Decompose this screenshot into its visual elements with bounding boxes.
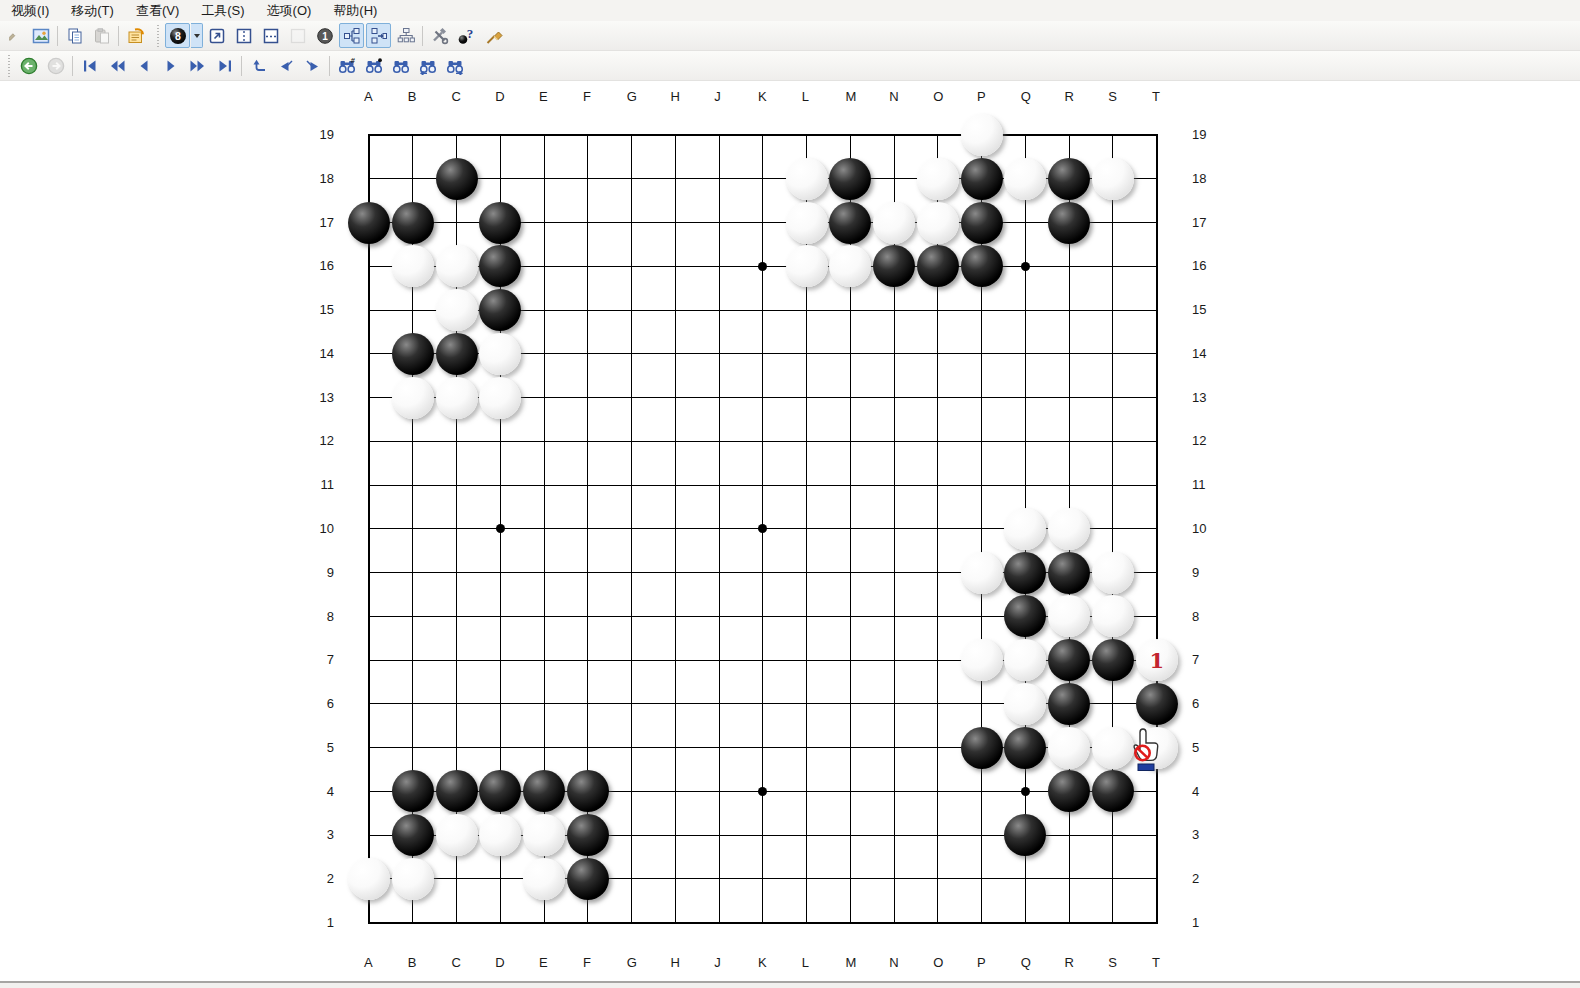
intersection-G15[interactable] (610, 288, 654, 332)
intersection-F5[interactable] (566, 726, 610, 770)
intersection-T18[interactable] (1135, 157, 1179, 201)
intersection-Q1[interactable] (1004, 901, 1048, 945)
intersection-Q2[interactable] (1004, 857, 1048, 901)
intersection-B19[interactable] (391, 113, 435, 157)
intersection-H16[interactable] (653, 244, 697, 288)
intersection-B13[interactable] (391, 376, 435, 420)
intersection-D1[interactable] (478, 901, 522, 945)
intersection-G9[interactable] (610, 551, 654, 595)
intersection-T1[interactable] (1135, 901, 1179, 945)
intersection-J10[interactable] (697, 507, 741, 551)
intersection-H8[interactable] (653, 595, 697, 639)
intersection-K8[interactable] (741, 595, 785, 639)
intersection-J2[interactable] (697, 857, 741, 901)
intersection-G7[interactable] (610, 638, 654, 682)
open-in-window-icon[interactable] (204, 23, 229, 48)
intersection-N9[interactable] (872, 551, 916, 595)
intersection-Q16[interactable] (1004, 244, 1048, 288)
intersection-P9[interactable] (960, 551, 1004, 595)
intersection-F6[interactable] (566, 682, 610, 726)
intersection-C9[interactable] (435, 551, 479, 595)
intersection-N7[interactable] (872, 638, 916, 682)
intersection-N16[interactable] (872, 244, 916, 288)
intersection-M11[interactable] (829, 463, 873, 507)
intersection-R13[interactable] (1047, 376, 1091, 420)
fast-rewind-button[interactable] (104, 53, 129, 78)
panel-vertical-icon[interactable] (231, 23, 256, 48)
intersection-R7[interactable] (1047, 638, 1091, 682)
intersection-R2[interactable] (1047, 857, 1091, 901)
intersection-J19[interactable] (697, 113, 741, 157)
intersection-A14[interactable] (347, 332, 391, 376)
intersection-R8[interactable] (1047, 595, 1091, 639)
intersection-S16[interactable] (1091, 244, 1135, 288)
intersection-G5[interactable] (610, 726, 654, 770)
intersection-H15[interactable] (653, 288, 697, 332)
clean-brush-icon[interactable] (481, 23, 506, 48)
intersection-O1[interactable] (916, 901, 960, 945)
intersection-N6[interactable] (872, 682, 916, 726)
intersection-R9[interactable] (1047, 551, 1091, 595)
intersection-S11[interactable] (1091, 463, 1135, 507)
intersection-R4[interactable] (1047, 770, 1091, 814)
intersection-S3[interactable] (1091, 813, 1135, 857)
intersection-B3[interactable] (391, 813, 435, 857)
find-next-button[interactable] (442, 53, 467, 78)
intersection-T4[interactable] (1135, 770, 1179, 814)
prev-move-button[interactable] (131, 53, 156, 78)
intersection-K11[interactable] (741, 463, 785, 507)
intersection-O17[interactable] (916, 201, 960, 245)
find-button[interactable] (388, 53, 413, 78)
intersection-D17[interactable] (478, 201, 522, 245)
intersection-F4[interactable] (566, 770, 610, 814)
intersection-N5[interactable] (872, 726, 916, 770)
intersection-R10[interactable] (1047, 507, 1091, 551)
intersection-D12[interactable] (478, 419, 522, 463)
intersection-E14[interactable] (522, 332, 566, 376)
intersection-Q5[interactable] (1004, 726, 1048, 770)
intersection-C2[interactable] (435, 857, 479, 901)
intersection-H7[interactable] (653, 638, 697, 682)
intersection-L16[interactable] (785, 244, 829, 288)
intersection-M7[interactable] (829, 638, 873, 682)
find-move-number-button[interactable]: # (334, 53, 359, 78)
intersection-P14[interactable] (960, 332, 1004, 376)
intersection-O3[interactable] (916, 813, 960, 857)
intersection-S9[interactable] (1091, 551, 1135, 595)
intersection-N14[interactable] (872, 332, 916, 376)
intersection-D13[interactable] (478, 376, 522, 420)
intersection-S5[interactable] (1091, 726, 1135, 770)
intersection-T15[interactable] (1135, 288, 1179, 332)
intersection-M14[interactable] (829, 332, 873, 376)
intersection-B17[interactable] (391, 201, 435, 245)
fast-forward-button[interactable] (185, 53, 210, 78)
intersection-A5[interactable] (347, 726, 391, 770)
menu-item-3[interactable]: 工具(S) (190, 0, 255, 21)
intersection-K12[interactable] (741, 419, 785, 463)
intersection-M10[interactable] (829, 507, 873, 551)
intersection-L7[interactable] (785, 638, 829, 682)
intersection-J14[interactable] (697, 332, 741, 376)
intersection-S17[interactable] (1091, 201, 1135, 245)
toolbar-grip[interactable] (6, 55, 11, 77)
intersection-G14[interactable] (610, 332, 654, 376)
intersection-L6[interactable] (785, 682, 829, 726)
intersection-C10[interactable] (435, 507, 479, 551)
intersection-N17[interactable] (872, 201, 916, 245)
move-number-button[interactable]: 1 (312, 23, 337, 48)
intersection-O10[interactable] (916, 507, 960, 551)
menu-item-1[interactable]: 移动(T) (60, 0, 125, 21)
intersection-J9[interactable] (697, 551, 741, 595)
intersection-B11[interactable] (391, 463, 435, 507)
intersection-K16[interactable] (741, 244, 785, 288)
find-stone-button[interactable] (361, 53, 386, 78)
intersection-N11[interactable] (872, 463, 916, 507)
intersection-J4[interactable] (697, 770, 741, 814)
intersection-E17[interactable] (522, 201, 566, 245)
intersection-A10[interactable] (347, 507, 391, 551)
intersection-S15[interactable] (1091, 288, 1135, 332)
intersection-Q15[interactable] (1004, 288, 1048, 332)
intersection-A15[interactable] (347, 288, 391, 332)
intersection-T14[interactable] (1135, 332, 1179, 376)
intersection-G18[interactable] (610, 157, 654, 201)
intersection-N4[interactable] (872, 770, 916, 814)
intersection-C15[interactable] (435, 288, 479, 332)
intersection-H13[interactable] (653, 376, 697, 420)
intersection-B8[interactable] (391, 595, 435, 639)
intersection-H14[interactable] (653, 332, 697, 376)
intersection-G10[interactable] (610, 507, 654, 551)
intersection-M5[interactable] (829, 726, 873, 770)
intersection-H1[interactable] (653, 901, 697, 945)
intersection-E16[interactable] (522, 244, 566, 288)
intersection-A2[interactable] (347, 857, 391, 901)
intersection-B1[interactable] (391, 901, 435, 945)
copy-icon[interactable] (62, 23, 87, 48)
intersection-G12[interactable] (610, 419, 654, 463)
intersection-E15[interactable] (522, 288, 566, 332)
intersection-P19[interactable] (960, 113, 1004, 157)
intersection-F3[interactable] (566, 813, 610, 857)
intersection-P10[interactable] (960, 507, 1004, 551)
intersection-K13[interactable] (741, 376, 785, 420)
variation-tree-button[interactable] (339, 23, 364, 48)
intersection-G1[interactable] (610, 901, 654, 945)
intersection-Q4[interactable] (1004, 770, 1048, 814)
intersection-B5[interactable] (391, 726, 435, 770)
intersection-E11[interactable] (522, 463, 566, 507)
intersection-M18[interactable] (829, 157, 873, 201)
menu-item-5[interactable]: 帮助(H) (322, 0, 388, 21)
intersection-R3[interactable] (1047, 813, 1091, 857)
intersection-C13[interactable] (435, 376, 479, 420)
intersection-A11[interactable] (347, 463, 391, 507)
intersection-L10[interactable] (785, 507, 829, 551)
intersection-K14[interactable] (741, 332, 785, 376)
intersection-K4[interactable] (741, 770, 785, 814)
intersection-R1[interactable] (1047, 901, 1091, 945)
intersection-B16[interactable] (391, 244, 435, 288)
intersection-M8[interactable] (829, 595, 873, 639)
intersection-Q10[interactable] (1004, 507, 1048, 551)
intersection-L2[interactable] (785, 857, 829, 901)
intersection-G6[interactable] (610, 682, 654, 726)
intersection-S4[interactable] (1091, 770, 1135, 814)
intersection-C1[interactable] (435, 901, 479, 945)
intersection-T9[interactable] (1135, 551, 1179, 595)
intersection-F8[interactable] (566, 595, 610, 639)
intersection-E4[interactable] (522, 770, 566, 814)
intersection-R17[interactable] (1047, 201, 1091, 245)
intersection-N2[interactable] (872, 857, 916, 901)
intersection-P7[interactable] (960, 638, 1004, 682)
intersection-S12[interactable] (1091, 419, 1135, 463)
intersection-H19[interactable] (653, 113, 697, 157)
intersection-J8[interactable] (697, 595, 741, 639)
intersection-R18[interactable] (1047, 157, 1091, 201)
goban[interactable]: 1 (347, 113, 1179, 945)
intersection-D15[interactable] (478, 288, 522, 332)
intersection-B15[interactable] (391, 288, 435, 332)
intersection-M17[interactable] (829, 201, 873, 245)
intersection-K3[interactable] (741, 813, 785, 857)
intersection-P8[interactable] (960, 595, 1004, 639)
next-move-button[interactable] (158, 53, 183, 78)
intersection-F16[interactable] (566, 244, 610, 288)
intersection-P17[interactable] (960, 201, 1004, 245)
intersection-D3[interactable] (478, 813, 522, 857)
intersection-C6[interactable] (435, 682, 479, 726)
intersection-G11[interactable] (610, 463, 654, 507)
intersection-S19[interactable] (1091, 113, 1135, 157)
intersection-F15[interactable] (566, 288, 610, 332)
intersection-C16[interactable] (435, 244, 479, 288)
intersection-B4[interactable] (391, 770, 435, 814)
intersection-C8[interactable] (435, 595, 479, 639)
intersection-E1[interactable] (522, 901, 566, 945)
intersection-E9[interactable] (522, 551, 566, 595)
intersection-R16[interactable] (1047, 244, 1091, 288)
clipped-edge-icon[interactable] (1, 23, 26, 48)
intersection-C14[interactable] (435, 332, 479, 376)
intersection-L19[interactable] (785, 113, 829, 157)
intersection-O4[interactable] (916, 770, 960, 814)
intersection-F11[interactable] (566, 463, 610, 507)
intersection-P2[interactable] (960, 857, 1004, 901)
intersection-C18[interactable] (435, 157, 479, 201)
intersection-Q14[interactable] (1004, 332, 1048, 376)
intersection-O19[interactable] (916, 113, 960, 157)
intersection-K1[interactable] (741, 901, 785, 945)
intersection-R14[interactable] (1047, 332, 1091, 376)
intersection-B12[interactable] (391, 419, 435, 463)
eight-ball-button[interactable]: 8 (165, 23, 190, 48)
intersection-M4[interactable] (829, 770, 873, 814)
intersection-H18[interactable] (653, 157, 697, 201)
intersection-F17[interactable] (566, 201, 610, 245)
intersection-M6[interactable] (829, 682, 873, 726)
intersection-G2[interactable] (610, 857, 654, 901)
intersection-D6[interactable] (478, 682, 522, 726)
intersection-P4[interactable] (960, 770, 1004, 814)
intersection-B18[interactable] (391, 157, 435, 201)
intersection-O18[interactable] (916, 157, 960, 201)
properties-icon[interactable] (123, 23, 148, 48)
tree-collapse-button[interactable] (366, 23, 391, 48)
return-to-main-button[interactable] (246, 53, 271, 78)
intersection-Q7[interactable] (1004, 638, 1048, 682)
intersection-A18[interactable] (347, 157, 391, 201)
intersection-L14[interactable] (785, 332, 829, 376)
intersection-E3[interactable] (522, 813, 566, 857)
intersection-S1[interactable] (1091, 901, 1135, 945)
intersection-L12[interactable] (785, 419, 829, 463)
intersection-C12[interactable] (435, 419, 479, 463)
intersection-E10[interactable] (522, 507, 566, 551)
intersection-D11[interactable] (478, 463, 522, 507)
intersection-G16[interactable] (610, 244, 654, 288)
intersection-T19[interactable] (1135, 113, 1179, 157)
intersection-Q13[interactable] (1004, 376, 1048, 420)
intersection-J5[interactable] (697, 726, 741, 770)
intersection-M12[interactable] (829, 419, 873, 463)
intersection-S6[interactable] (1091, 682, 1135, 726)
intersection-C3[interactable] (435, 813, 479, 857)
intersection-K15[interactable] (741, 288, 785, 332)
intersection-K5[interactable] (741, 726, 785, 770)
intersection-F7[interactable] (566, 638, 610, 682)
next-variation-button[interactable] (300, 53, 325, 78)
intersection-D8[interactable] (478, 595, 522, 639)
toolbar-grip[interactable] (155, 25, 160, 47)
intersection-D16[interactable] (478, 244, 522, 288)
intersection-H5[interactable] (653, 726, 697, 770)
intersection-D5[interactable] (478, 726, 522, 770)
intersection-E2[interactable] (522, 857, 566, 901)
intersection-E18[interactable] (522, 157, 566, 201)
intersection-B14[interactable] (391, 332, 435, 376)
intersection-L17[interactable] (785, 201, 829, 245)
intersection-B9[interactable] (391, 551, 435, 595)
prev-variation-button[interactable] (273, 53, 298, 78)
intersection-C17[interactable] (435, 201, 479, 245)
intersection-F2[interactable] (566, 857, 610, 901)
intersection-F12[interactable] (566, 419, 610, 463)
intersection-D19[interactable] (478, 113, 522, 157)
intersection-N15[interactable] (872, 288, 916, 332)
image-icon[interactable] (28, 23, 53, 48)
intersection-Q3[interactable] (1004, 813, 1048, 857)
intersection-E7[interactable] (522, 638, 566, 682)
intersection-O13[interactable] (916, 376, 960, 420)
intersection-L3[interactable] (785, 813, 829, 857)
intersection-R11[interactable] (1047, 463, 1091, 507)
intersection-P6[interactable] (960, 682, 1004, 726)
intersection-Q9[interactable] (1004, 551, 1048, 595)
intersection-S14[interactable] (1091, 332, 1135, 376)
intersection-C19[interactable] (435, 113, 479, 157)
intersection-S18[interactable] (1091, 157, 1135, 201)
intersection-A1[interactable] (347, 901, 391, 945)
intersection-F9[interactable] (566, 551, 610, 595)
intersection-K7[interactable] (741, 638, 785, 682)
intersection-M16[interactable] (829, 244, 873, 288)
intersection-D2[interactable] (478, 857, 522, 901)
intersection-O2[interactable] (916, 857, 960, 901)
intersection-T16[interactable] (1135, 244, 1179, 288)
intersection-A4[interactable] (347, 770, 391, 814)
panel-horizontal-icon[interactable] (258, 23, 283, 48)
intersection-K19[interactable] (741, 113, 785, 157)
intersection-J18[interactable] (697, 157, 741, 201)
intersection-O16[interactable] (916, 244, 960, 288)
intersection-M15[interactable] (829, 288, 873, 332)
intersection-F14[interactable] (566, 332, 610, 376)
intersection-T17[interactable] (1135, 201, 1179, 245)
intersection-H11[interactable] (653, 463, 697, 507)
intersection-T13[interactable] (1135, 376, 1179, 420)
intersection-H6[interactable] (653, 682, 697, 726)
intersection-E8[interactable] (522, 595, 566, 639)
intersection-Q8[interactable] (1004, 595, 1048, 639)
intersection-K10[interactable] (741, 507, 785, 551)
intersection-C7[interactable] (435, 638, 479, 682)
intersection-L11[interactable] (785, 463, 829, 507)
intersection-O11[interactable] (916, 463, 960, 507)
intersection-L8[interactable] (785, 595, 829, 639)
intersection-A3[interactable] (347, 813, 391, 857)
intersection-M2[interactable] (829, 857, 873, 901)
intersection-H2[interactable] (653, 857, 697, 901)
intersection-O7[interactable] (916, 638, 960, 682)
intersection-D10[interactable] (478, 507, 522, 551)
intersection-F19[interactable] (566, 113, 610, 157)
intersection-F13[interactable] (566, 376, 610, 420)
intersection-J13[interactable] (697, 376, 741, 420)
intersection-L13[interactable] (785, 376, 829, 420)
intersection-N8[interactable] (872, 595, 916, 639)
intersection-T3[interactable] (1135, 813, 1179, 857)
intersection-T12[interactable] (1135, 419, 1179, 463)
intersection-D14[interactable] (478, 332, 522, 376)
intersection-O9[interactable] (916, 551, 960, 595)
intersection-H4[interactable] (653, 770, 697, 814)
intersection-R5[interactable] (1047, 726, 1091, 770)
intersection-K18[interactable] (741, 157, 785, 201)
intersection-Q6[interactable] (1004, 682, 1048, 726)
intersection-L4[interactable] (785, 770, 829, 814)
intersection-J17[interactable] (697, 201, 741, 245)
intersection-P11[interactable] (960, 463, 1004, 507)
intersection-Q19[interactable] (1004, 113, 1048, 157)
intersection-G4[interactable] (610, 770, 654, 814)
find-prev-button[interactable] (415, 53, 440, 78)
intersection-E6[interactable] (522, 682, 566, 726)
intersection-O5[interactable] (916, 726, 960, 770)
intersection-K6[interactable] (741, 682, 785, 726)
intersection-C11[interactable] (435, 463, 479, 507)
intersection-A16[interactable] (347, 244, 391, 288)
intersection-P18[interactable] (960, 157, 1004, 201)
intersection-B2[interactable] (391, 857, 435, 901)
intersection-Q17[interactable] (1004, 201, 1048, 245)
intersection-D9[interactable] (478, 551, 522, 595)
intersection-P12[interactable] (960, 419, 1004, 463)
